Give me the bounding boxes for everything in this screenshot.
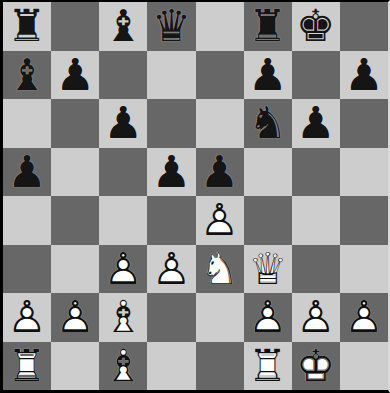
square-f5[interactable] bbox=[244, 148, 292, 197]
piece-white-king: ♚♔ bbox=[296, 344, 335, 388]
piece-black-pawn: ♟ bbox=[248, 53, 287, 97]
piece-black-king: ♚ bbox=[296, 4, 335, 48]
square-f7[interactable]: ♟ bbox=[244, 51, 292, 100]
piece-white-queen: ♛♕ bbox=[248, 247, 287, 291]
square-b4[interactable] bbox=[51, 196, 99, 245]
piece-white-rook: ♜♖ bbox=[248, 344, 287, 388]
square-b1[interactable] bbox=[51, 342, 99, 391]
piece-outline-layer: ♙ bbox=[296, 293, 335, 342]
square-h2[interactable]: ♟♙ bbox=[340, 293, 388, 342]
square-e5[interactable]: ♟ bbox=[196, 148, 244, 197]
chess-board: ♜♝♛♜♚♝♟♟♟♟♞♟♟♟♟♟♙♟♙♟♙♞♘♛♕♟♙♟♙♝♗♟♙♟♙♟♙♜♖♝… bbox=[3, 2, 388, 390]
square-g5[interactable] bbox=[292, 148, 340, 197]
piece-white-pawn: ♟♙ bbox=[55, 295, 94, 339]
piece-white-bishop: ♝♗ bbox=[104, 344, 143, 388]
piece-outline-layer: ♙ bbox=[248, 293, 287, 342]
square-c7[interactable] bbox=[99, 51, 147, 100]
piece-white-rook: ♜♖ bbox=[7, 344, 46, 388]
piece-outline-layer: ♙ bbox=[104, 245, 143, 294]
square-h5[interactable] bbox=[340, 148, 388, 197]
square-f2[interactable]: ♟♙ bbox=[244, 293, 292, 342]
square-a1[interactable]: ♜♖ bbox=[3, 342, 51, 391]
square-a2[interactable]: ♟♙ bbox=[3, 293, 51, 342]
square-h1[interactable] bbox=[340, 342, 388, 391]
piece-black-pawn: ♟ bbox=[152, 150, 191, 194]
square-h4[interactable] bbox=[340, 196, 388, 245]
square-h7[interactable]: ♟ bbox=[340, 51, 388, 100]
square-a5[interactable]: ♟ bbox=[3, 148, 51, 197]
piece-outline-layer: ♔ bbox=[296, 342, 335, 391]
piece-black-pawn: ♟ bbox=[55, 53, 94, 97]
square-b3[interactable] bbox=[51, 245, 99, 294]
square-d8[interactable]: ♛ bbox=[147, 2, 195, 51]
square-a7[interactable]: ♝ bbox=[3, 51, 51, 100]
square-d7[interactable] bbox=[147, 51, 195, 100]
piece-outline-layer: ♗ bbox=[104, 342, 143, 391]
square-e3[interactable]: ♞♘ bbox=[196, 245, 244, 294]
piece-black-pawn: ♟ bbox=[296, 101, 335, 145]
piece-black-rook: ♜ bbox=[248, 4, 287, 48]
square-e1[interactable] bbox=[196, 342, 244, 391]
piece-black-pawn: ♟ bbox=[7, 150, 46, 194]
square-b5[interactable] bbox=[51, 148, 99, 197]
square-d2[interactable] bbox=[147, 293, 195, 342]
piece-black-pawn: ♟ bbox=[104, 101, 143, 145]
square-b8[interactable] bbox=[51, 2, 99, 51]
piece-white-pawn: ♟♙ bbox=[104, 247, 143, 291]
piece-black-pawn: ♟ bbox=[344, 53, 383, 97]
square-b2[interactable]: ♟♙ bbox=[51, 293, 99, 342]
square-c4[interactable] bbox=[99, 196, 147, 245]
square-c6[interactable]: ♟ bbox=[99, 99, 147, 148]
piece-outline-layer: ♙ bbox=[344, 293, 383, 342]
piece-outline-layer: ♗ bbox=[104, 293, 143, 342]
square-g3[interactable] bbox=[292, 245, 340, 294]
square-a3[interactable] bbox=[3, 245, 51, 294]
square-h6[interactable] bbox=[340, 99, 388, 148]
square-g6[interactable]: ♟ bbox=[292, 99, 340, 148]
piece-white-pawn: ♟♙ bbox=[7, 295, 46, 339]
piece-outline-layer: ♖ bbox=[248, 342, 287, 391]
square-c3[interactable]: ♟♙ bbox=[99, 245, 147, 294]
piece-outline-layer: ♙ bbox=[200, 196, 239, 245]
square-g1[interactable]: ♚♔ bbox=[292, 342, 340, 391]
square-g8[interactable]: ♚ bbox=[292, 2, 340, 51]
piece-white-pawn: ♟♙ bbox=[296, 295, 335, 339]
square-c5[interactable] bbox=[99, 148, 147, 197]
square-h8[interactable] bbox=[340, 2, 388, 51]
piece-white-pawn: ♟♙ bbox=[248, 295, 287, 339]
piece-white-pawn: ♟♙ bbox=[200, 198, 239, 242]
piece-outline-layer: ♙ bbox=[152, 245, 191, 294]
square-d3[interactable]: ♟♙ bbox=[147, 245, 195, 294]
square-c8[interactable]: ♝ bbox=[99, 2, 147, 51]
piece-black-pawn: ♟ bbox=[200, 150, 239, 194]
square-e4[interactable]: ♟♙ bbox=[196, 196, 244, 245]
square-a6[interactable] bbox=[3, 99, 51, 148]
piece-outline-layer: ♘ bbox=[200, 245, 239, 294]
square-f4[interactable] bbox=[244, 196, 292, 245]
square-f1[interactable]: ♜♖ bbox=[244, 342, 292, 391]
piece-outline-layer: ♙ bbox=[55, 293, 94, 342]
square-d5[interactable]: ♟ bbox=[147, 148, 195, 197]
square-f6[interactable]: ♞ bbox=[244, 99, 292, 148]
square-h3[interactable] bbox=[340, 245, 388, 294]
piece-white-knight: ♞♘ bbox=[200, 247, 239, 291]
square-b7[interactable]: ♟ bbox=[51, 51, 99, 100]
piece-outline-layer: ♙ bbox=[7, 293, 46, 342]
square-e7[interactable] bbox=[196, 51, 244, 100]
square-a4[interactable] bbox=[3, 196, 51, 245]
square-g4[interactable] bbox=[292, 196, 340, 245]
piece-black-bishop: ♝ bbox=[7, 53, 46, 97]
square-e6[interactable] bbox=[196, 99, 244, 148]
square-c1[interactable]: ♝♗ bbox=[99, 342, 147, 391]
square-c2[interactable]: ♝♗ bbox=[99, 293, 147, 342]
square-f3[interactable]: ♛♕ bbox=[244, 245, 292, 294]
square-b6[interactable] bbox=[51, 99, 99, 148]
piece-white-bishop: ♝♗ bbox=[104, 295, 143, 339]
piece-black-bishop: ♝ bbox=[104, 4, 143, 48]
piece-outline-layer: ♕ bbox=[248, 245, 287, 294]
square-d6[interactable] bbox=[147, 99, 195, 148]
square-e2[interactable] bbox=[196, 293, 244, 342]
piece-black-rook: ♜ bbox=[7, 4, 46, 48]
square-e8[interactable] bbox=[196, 2, 244, 51]
piece-white-pawn: ♟♙ bbox=[344, 295, 383, 339]
square-a8[interactable]: ♜ bbox=[3, 2, 51, 51]
piece-black-knight: ♞ bbox=[248, 101, 287, 145]
square-g7[interactable] bbox=[292, 51, 340, 100]
piece-black-queen: ♛ bbox=[152, 4, 191, 48]
piece-outline-layer: ♖ bbox=[7, 342, 46, 391]
piece-white-pawn: ♟♙ bbox=[152, 247, 191, 291]
square-d1[interactable] bbox=[147, 342, 195, 391]
square-f8[interactable]: ♜ bbox=[244, 2, 292, 51]
square-d4[interactable] bbox=[147, 196, 195, 245]
square-g2[interactable]: ♟♙ bbox=[292, 293, 340, 342]
chess-board-frame: ♜♝♛♜♚♝♟♟♟♟♞♟♟♟♟♟♙♟♙♟♙♞♘♛♕♟♙♟♙♝♗♟♙♟♙♟♙♜♖♝… bbox=[0, 0, 390, 393]
